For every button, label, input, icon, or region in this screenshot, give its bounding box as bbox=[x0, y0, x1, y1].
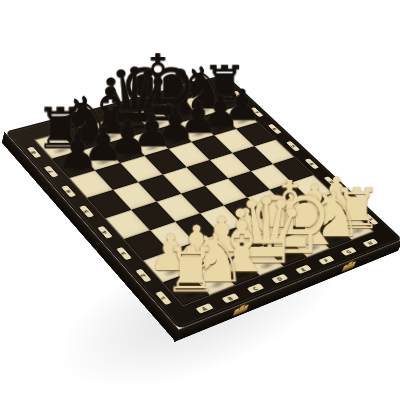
file-label-h: H bbox=[362, 239, 378, 248]
chess-board: ♜♞♝♛♚♝♞♜♟♟♟♟♟♟♟♟♟♟♟♟♟♟♟♟♜♞♝♛♚♝♞♜ 88A77B6… bbox=[5, 74, 400, 329]
chess-set-photo: ♜♞♝♛♚♝♞♜♟♟♟♟♟♟♟♟♟♟♟♟♟♟♟♟♜♞♝♛♚♝♞♜ 88A77B6… bbox=[0, 0, 400, 400]
file-label-c: C bbox=[246, 283, 263, 293]
rank-label-right-6: 6 bbox=[267, 124, 281, 134]
brass-clasp-1 bbox=[233, 304, 250, 317]
scene: ♜♞♝♛♚♝♞♜♟♟♟♟♟♟♟♟♟♟♟♟♟♟♟♟♜♞♝♛♚♝♞♜ 88A77B6… bbox=[0, 0, 400, 400]
file-label-b: B bbox=[221, 293, 239, 303]
rank-label-left-5: 5 bbox=[79, 205, 94, 217]
rank-label-left-3: 3 bbox=[116, 247, 132, 260]
rank-label-left-7: 7 bbox=[43, 165, 58, 177]
file-label-a: A bbox=[195, 303, 213, 314]
rank-label-left-6: 6 bbox=[61, 185, 76, 197]
rank-label-left-8: 8 bbox=[26, 146, 41, 157]
rank-label-left-4: 4 bbox=[97, 225, 113, 238]
rank-label-right-5: 5 bbox=[286, 141, 300, 151]
brass-clasp-2 bbox=[341, 261, 357, 273]
square-e5[interactable] bbox=[187, 160, 229, 186]
rank-label-left-1: 1 bbox=[155, 291, 172, 305]
rank-label-left-2: 2 bbox=[135, 268, 151, 282]
